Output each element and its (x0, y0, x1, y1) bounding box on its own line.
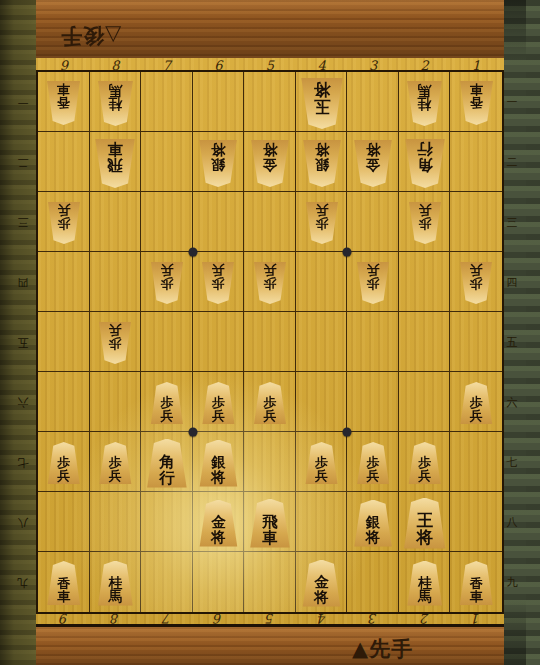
file-label-top-8: 8 (111, 58, 119, 73)
square-5-5[interactable] (244, 312, 296, 372)
square-4-6[interactable] (296, 372, 348, 432)
file-label-bottom-7: 7 (163, 611, 171, 626)
piece-kanji: 歩 (367, 277, 380, 290)
rank-label-right-7: 七 (507, 455, 518, 470)
piece-kanji: 馬 (109, 590, 123, 604)
piece-kanji: 兵 (212, 409, 225, 422)
piece-kanji: 歩 (418, 217, 431, 230)
square-9-4[interactable] (38, 252, 90, 312)
piece-kanji: 将 (366, 530, 381, 545)
piece-kanji: 将 (416, 530, 433, 547)
piece-kanji: 馬 (109, 83, 123, 97)
piece-kanji: 将 (211, 470, 226, 485)
file-label-bottom-3: 3 (369, 611, 377, 626)
file-label-bottom-4: 4 (317, 611, 325, 626)
square-4-5[interactable] (296, 312, 348, 372)
rank-label-right-5: 五 (507, 335, 518, 350)
square-9-5[interactable] (38, 312, 90, 372)
piece-kanji: 兵 (160, 409, 173, 422)
piece-kanji: 兵 (367, 264, 380, 277)
piece-kanji: 行 (159, 470, 175, 486)
rank-label-right-4: 四 (507, 275, 518, 290)
sente-hand-bar: ▲先手 (36, 624, 504, 665)
square-7-1[interactable] (141, 72, 193, 132)
piece-kanji: 馬 (418, 83, 432, 97)
star-point (188, 248, 197, 257)
square-3-3[interactable] (347, 192, 399, 252)
piece-kanji: 馬 (418, 590, 432, 604)
piece-kanji: 香 (57, 577, 70, 590)
gote-hand-bar: △後手 (36, 0, 504, 61)
file-label-top-2: 2 (421, 58, 429, 73)
piece-kanji: 兵 (264, 264, 277, 277)
piece-kanji: 歩 (57, 217, 70, 230)
piece-kanji: 車 (470, 83, 483, 96)
square-9-6[interactable] (38, 372, 90, 432)
rank-label-left-4: 四 (18, 275, 29, 290)
square-7-9[interactable] (141, 552, 193, 612)
rank-label-right-2: 二 (507, 155, 518, 170)
piece-kanji: 歩 (315, 217, 328, 230)
file-label-bottom-5: 5 (266, 611, 274, 626)
square-1-3[interactable] (450, 192, 502, 252)
square-4-8[interactable] (296, 492, 348, 552)
square-5-7[interactable] (244, 432, 296, 492)
piece-kanji: 車 (57, 590, 70, 603)
piece-kanji: 将 (211, 530, 226, 545)
square-8-3[interactable] (90, 192, 142, 252)
piece-kanji: 玉 (313, 96, 330, 113)
piece-kanji: 歩 (160, 277, 173, 290)
piece-kanji: 兵 (315, 469, 328, 482)
piece-kanji: 行 (417, 141, 433, 157)
piece-kanji: 兵 (367, 469, 380, 482)
piece-kanji: 将 (314, 142, 329, 157)
piece-kanji: 将 (314, 590, 329, 605)
square-8-8[interactable] (90, 492, 142, 552)
piece-kanji: 兵 (470, 409, 483, 422)
square-4-4[interactable] (296, 252, 348, 312)
piece-kanji: 歩 (470, 277, 483, 290)
file-label-top-6: 6 (214, 58, 222, 73)
square-1-7[interactable] (450, 432, 502, 492)
square-9-8[interactable] (38, 492, 90, 552)
piece-kanji: 車 (57, 83, 70, 96)
piece-kanji: 歩 (367, 456, 380, 469)
piece-kanji: 歩 (109, 337, 122, 350)
rank-label-left-5: 五 (18, 335, 29, 350)
square-3-5[interactable] (347, 312, 399, 372)
square-1-8[interactable] (450, 492, 502, 552)
rank-label-left-7: 七 (18, 455, 29, 470)
piece-kanji: 兵 (57, 469, 70, 482)
star-point (343, 428, 352, 437)
shogi-app: △後手 ▲先手 998877665544332211一一二二三三四四五五六六七七… (0, 0, 540, 665)
square-8-4[interactable] (90, 252, 142, 312)
piece-kanji: 兵 (418, 469, 431, 482)
file-label-bottom-8: 8 (111, 611, 119, 626)
square-7-2[interactable] (141, 132, 193, 192)
gote-label: △後手 (60, 22, 121, 50)
piece-kanji: 香 (57, 96, 70, 109)
square-5-1[interactable] (244, 72, 296, 132)
file-label-top-3: 3 (369, 58, 377, 73)
square-3-9[interactable] (347, 552, 399, 612)
square-7-5[interactable] (141, 312, 193, 372)
piece-kanji: 香 (470, 96, 483, 109)
piece-kanji: 兵 (57, 204, 70, 217)
piece-kanji: 歩 (470, 396, 483, 409)
piece-kanji: 歩 (160, 396, 173, 409)
piece-kanji: 車 (108, 141, 124, 157)
square-1-5[interactable] (450, 312, 502, 372)
piece-kanji: 将 (366, 142, 381, 157)
sente-label: ▲先手 (352, 635, 413, 663)
square-9-2[interactable] (38, 132, 90, 192)
star-point (343, 248, 352, 257)
piece-kanji: 兵 (315, 204, 328, 217)
piece-kanji: 兵 (109, 324, 122, 337)
file-label-bottom-6: 6 (214, 611, 222, 626)
square-2-6[interactable] (399, 372, 451, 432)
square-2-4[interactable] (399, 252, 451, 312)
rank-label-right-9: 九 (507, 575, 518, 590)
piece-kanji: 車 (470, 590, 483, 603)
file-label-bottom-9: 9 (60, 611, 68, 626)
piece-kanji: 将 (211, 142, 226, 157)
square-8-6[interactable] (90, 372, 142, 432)
piece-kanji: 兵 (418, 204, 431, 217)
piece-kanji: 歩 (212, 396, 225, 409)
file-label-bottom-1: 1 (472, 611, 480, 626)
right-edge-decoration (526, 0, 540, 665)
piece-kanji: 車 (262, 530, 278, 546)
square-2-5[interactable] (399, 312, 451, 372)
piece-kanji: 歩 (264, 277, 277, 290)
piece-kanji: 兵 (212, 264, 225, 277)
file-label-top-7: 7 (163, 58, 171, 73)
rank-label-right-1: 一 (507, 95, 518, 110)
square-1-2[interactable] (450, 132, 502, 192)
rank-label-left-2: 二 (18, 155, 29, 170)
rank-label-left-6: 六 (18, 395, 29, 410)
square-7-8[interactable] (141, 492, 193, 552)
piece-kanji: 歩 (109, 456, 122, 469)
square-6-1[interactable] (193, 72, 245, 132)
rank-label-right-3: 三 (507, 215, 518, 230)
star-point (188, 428, 197, 437)
piece-kanji: 兵 (109, 469, 122, 482)
piece-kanji: 兵 (160, 264, 173, 277)
square-5-9[interactable] (244, 552, 296, 612)
file-label-top-1: 1 (472, 58, 480, 73)
piece-kanji: 兵 (264, 409, 277, 422)
piece-kanji: 将 (263, 142, 278, 157)
file-label-bottom-2: 2 (421, 611, 429, 626)
square-3-1[interactable] (347, 72, 399, 132)
square-7-3[interactable] (141, 192, 193, 252)
piece-kanji: 兵 (470, 264, 483, 277)
piece-kanji: 歩 (57, 456, 70, 469)
file-label-top-5: 5 (266, 58, 274, 73)
square-3-6[interactable] (347, 372, 399, 432)
rank-label-left-8: 八 (18, 515, 29, 530)
piece-kanji: 将 (313, 80, 330, 97)
square-6-5[interactable] (193, 312, 245, 372)
square-6-9[interactable] (193, 552, 245, 612)
square-5-3[interactable] (244, 192, 296, 252)
rank-label-right-6: 六 (507, 395, 518, 410)
piece-kanji: 歩 (315, 456, 328, 469)
rank-label-left-3: 三 (18, 215, 29, 230)
piece-kanji: 香 (470, 577, 483, 590)
piece-kanji: 歩 (418, 456, 431, 469)
square-6-3[interactable] (193, 192, 245, 252)
piece-kanji: 歩 (264, 396, 277, 409)
rank-label-left-1: 一 (18, 95, 29, 110)
piece-kanji: 歩 (212, 277, 225, 290)
file-label-top-9: 9 (60, 58, 68, 73)
file-label-top-4: 4 (317, 58, 325, 73)
rank-label-left-9: 九 (18, 575, 29, 590)
rank-label-right-8: 八 (507, 515, 518, 530)
